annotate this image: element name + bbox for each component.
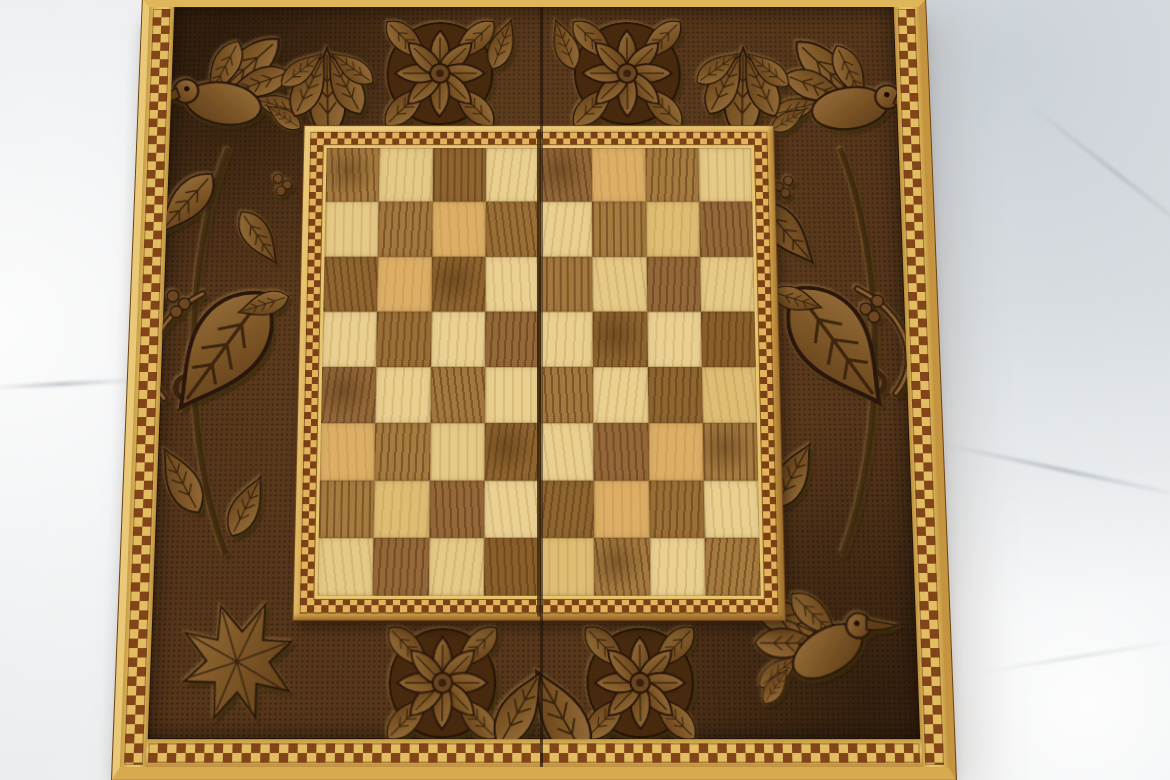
square-h5[interactable] xyxy=(701,311,756,367)
square-e8[interactable] xyxy=(539,148,592,202)
carved-berries xyxy=(273,174,292,195)
square-g3[interactable] xyxy=(648,423,703,480)
square-e5[interactable] xyxy=(539,311,593,367)
square-a8[interactable] xyxy=(326,148,380,202)
square-h8[interactable] xyxy=(698,148,752,202)
square-g2[interactable] xyxy=(649,480,705,538)
square-b1[interactable] xyxy=(373,538,429,596)
square-f4[interactable] xyxy=(593,367,648,423)
square-c7[interactable] xyxy=(432,202,486,256)
photo-of-carved-chess-board xyxy=(0,0,1170,780)
square-g4[interactable] xyxy=(647,367,702,423)
square-e2[interactable] xyxy=(539,480,594,538)
square-f1[interactable] xyxy=(594,538,650,596)
square-h4[interactable] xyxy=(702,367,757,423)
carved-leaf xyxy=(220,471,274,542)
square-d6[interactable] xyxy=(485,256,539,311)
square-b3[interactable] xyxy=(375,423,430,480)
square-g7[interactable] xyxy=(646,202,700,256)
square-c3[interactable] xyxy=(429,423,484,480)
square-a7[interactable] xyxy=(324,202,378,256)
square-g1[interactable] xyxy=(649,538,705,596)
square-b7[interactable] xyxy=(378,202,432,256)
checkerboard-inlay-strip xyxy=(148,743,920,762)
square-b8[interactable] xyxy=(379,148,433,202)
square-b4[interactable] xyxy=(376,367,431,423)
square-f3[interactable] xyxy=(594,423,649,480)
carved-maple-leaf xyxy=(168,588,309,736)
square-h3[interactable] xyxy=(703,423,759,480)
carved-flower-medallion xyxy=(577,619,704,739)
square-d5[interactable] xyxy=(485,311,539,367)
square-d1[interactable] xyxy=(484,538,539,596)
carved-leaf xyxy=(230,205,287,271)
square-f7[interactable] xyxy=(592,202,646,256)
cloth-crease xyxy=(1023,100,1170,245)
square-b6[interactable] xyxy=(377,256,431,311)
square-d8[interactable] xyxy=(486,148,539,202)
square-b5[interactable] xyxy=(376,311,431,367)
cloth-crease xyxy=(940,442,1170,498)
square-h7[interactable] xyxy=(699,202,754,256)
carved-berries xyxy=(774,176,793,198)
square-a5[interactable] xyxy=(322,311,377,367)
square-f5[interactable] xyxy=(593,311,648,367)
carved-flower-medallion xyxy=(565,13,691,133)
square-e3[interactable] xyxy=(539,423,594,480)
square-d2[interactable] xyxy=(484,480,539,538)
carved-berries xyxy=(166,290,191,318)
square-c6[interactable] xyxy=(431,256,485,311)
square-c5[interactable] xyxy=(431,311,485,367)
square-e4[interactable] xyxy=(539,367,594,423)
square-h6[interactable] xyxy=(700,256,755,311)
square-g8[interactable] xyxy=(645,148,699,202)
square-h1[interactable] xyxy=(704,538,760,596)
square-d3[interactable] xyxy=(484,423,539,480)
square-d7[interactable] xyxy=(485,202,539,256)
square-e6[interactable] xyxy=(539,256,593,311)
square-a6[interactable] xyxy=(323,256,378,311)
square-h2[interactable] xyxy=(703,480,759,538)
square-d4[interactable] xyxy=(485,367,540,423)
square-e1[interactable] xyxy=(539,538,594,596)
carved-vine-scroll-right xyxy=(766,269,911,423)
cloth-crease xyxy=(0,378,138,390)
square-c2[interactable] xyxy=(429,480,484,538)
square-g5[interactable] xyxy=(647,311,702,367)
square-f8[interactable] xyxy=(592,148,646,202)
box-content xyxy=(120,7,948,767)
square-a1[interactable] xyxy=(317,538,373,596)
square-a4[interactable] xyxy=(321,367,376,423)
square-a3[interactable] xyxy=(320,423,376,480)
square-a2[interactable] xyxy=(319,480,375,538)
square-c4[interactable] xyxy=(430,367,485,423)
square-e7[interactable] xyxy=(539,202,593,256)
cloth-crease xyxy=(976,639,1170,675)
square-f6[interactable] xyxy=(593,256,647,311)
square-b2[interactable] xyxy=(374,480,430,538)
square-c1[interactable] xyxy=(428,538,484,596)
inlay-band-bottom xyxy=(146,739,922,767)
carved-flower-medallion xyxy=(377,13,503,133)
square-c8[interactable] xyxy=(432,148,486,202)
carved-chess-box xyxy=(112,0,956,780)
square-g6[interactable] xyxy=(646,256,701,311)
square-f2[interactable] xyxy=(594,480,649,538)
carved-flower-medallion xyxy=(379,619,506,739)
